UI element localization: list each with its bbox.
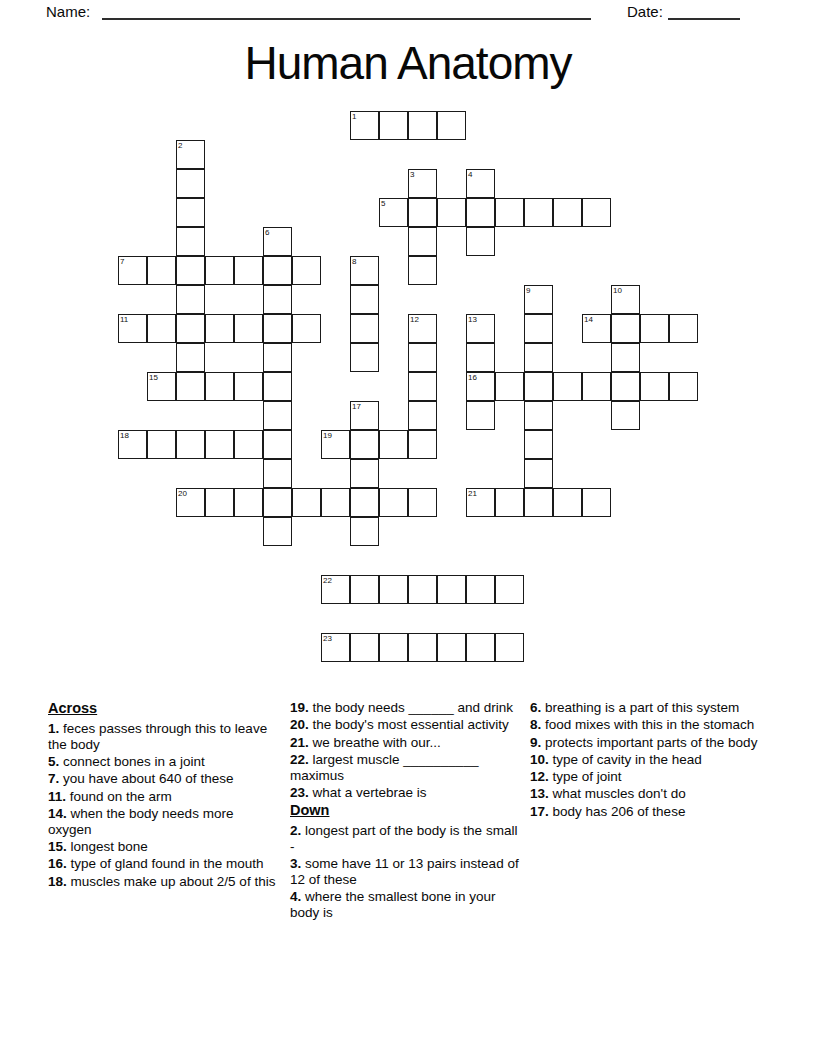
grid-cell[interactable] bbox=[524, 372, 553, 401]
grid-cell[interactable] bbox=[350, 314, 379, 343]
name-label: Name: bbox=[46, 3, 90, 20]
clue: 4. where the smallest bone in your body … bbox=[290, 889, 522, 921]
grid-cell[interactable]: 7 bbox=[118, 256, 147, 285]
clue: 2. longest part of the body is the small… bbox=[290, 823, 522, 855]
grid-cell[interactable]: 3 bbox=[408, 169, 437, 198]
grid-cell[interactable]: 1 bbox=[350, 111, 379, 140]
grid-cell[interactable] bbox=[205, 430, 234, 459]
grid-cell[interactable] bbox=[263, 256, 292, 285]
grid-cell[interactable] bbox=[263, 488, 292, 517]
grid-cell[interactable] bbox=[582, 198, 611, 227]
grid-cell[interactable] bbox=[234, 488, 263, 517]
grid-cell[interactable] bbox=[611, 372, 640, 401]
grid-cell[interactable] bbox=[466, 633, 495, 662]
grid-cell[interactable] bbox=[466, 227, 495, 256]
grid-cell[interactable] bbox=[524, 430, 553, 459]
grid-cell[interactable]: 21 bbox=[466, 488, 495, 517]
clue-number: 10 bbox=[613, 286, 622, 295]
grid-cell[interactable] bbox=[263, 401, 292, 430]
grid-cell[interactable] bbox=[350, 575, 379, 604]
grid-cell[interactable] bbox=[408, 401, 437, 430]
clue-number: 9 bbox=[526, 286, 530, 295]
grid-cell[interactable] bbox=[553, 488, 582, 517]
clue: 19. the body needs ______ and drink bbox=[290, 700, 522, 716]
clue-num-label: 9. bbox=[530, 735, 541, 750]
grid-cell[interactable] bbox=[176, 169, 205, 198]
clue-number: 22 bbox=[323, 576, 332, 585]
grid-cell[interactable] bbox=[553, 372, 582, 401]
grid-cell[interactable] bbox=[408, 575, 437, 604]
clue-number: 20 bbox=[178, 489, 187, 498]
grid-cell[interactable]: 12 bbox=[408, 314, 437, 343]
grid-cell[interactable] bbox=[611, 343, 640, 372]
grid-cell[interactable]: 2 bbox=[176, 140, 205, 169]
grid-cell[interactable]: 11 bbox=[118, 314, 147, 343]
grid-cell[interactable] bbox=[466, 198, 495, 227]
grid-cell[interactable] bbox=[234, 314, 263, 343]
grid-cell[interactable] bbox=[205, 372, 234, 401]
grid-cell[interactable] bbox=[147, 256, 176, 285]
clue: 8. food mixes with this in the stomach bbox=[530, 717, 762, 733]
grid-cell[interactable] bbox=[524, 198, 553, 227]
clue-num-label: 6. bbox=[530, 700, 541, 715]
grid-cell[interactable] bbox=[495, 198, 524, 227]
grid-cell[interactable]: 14 bbox=[582, 314, 611, 343]
clue: 18. muscles make up about 2/5 of this bbox=[48, 874, 280, 890]
clue-num-label: 18. bbox=[48, 874, 67, 889]
grid-cell[interactable] bbox=[176, 285, 205, 314]
clue-number: 15 bbox=[149, 373, 158, 382]
clue-num-label: 17. bbox=[530, 804, 549, 819]
grid-cell[interactable] bbox=[205, 314, 234, 343]
clue-number: 17 bbox=[352, 402, 361, 411]
clue-num-label: 11. bbox=[48, 789, 66, 804]
clue-num-label: 14. bbox=[48, 806, 67, 821]
grid-cell[interactable] bbox=[234, 256, 263, 285]
clue-num-label: 1. bbox=[48, 721, 59, 736]
clue-number: 3 bbox=[410, 170, 414, 179]
grid-cell[interactable] bbox=[495, 488, 524, 517]
grid-cell[interactable]: 4 bbox=[466, 169, 495, 198]
grid-cell[interactable] bbox=[524, 343, 553, 372]
grid-cell[interactable]: 10 bbox=[611, 285, 640, 314]
clue: 20. the body's most essential activity bbox=[290, 717, 522, 733]
grid-cell[interactable] bbox=[176, 430, 205, 459]
grid-cell[interactable] bbox=[408, 227, 437, 256]
clue-num-label: 20. bbox=[290, 717, 309, 732]
clue: 15. longest bone bbox=[48, 839, 280, 855]
grid-cell[interactable] bbox=[263, 517, 292, 546]
grid-cell[interactable] bbox=[379, 430, 408, 459]
grid-cell[interactable]: 16 bbox=[466, 372, 495, 401]
clue: 12. type of joint bbox=[530, 769, 762, 785]
grid-cell[interactable] bbox=[553, 198, 582, 227]
grid-cell[interactable] bbox=[205, 256, 234, 285]
clue: 16. type of gland found in the mouth bbox=[48, 856, 280, 872]
grid-cell[interactable] bbox=[582, 372, 611, 401]
name-input-line[interactable] bbox=[102, 3, 591, 20]
grid-cell[interactable] bbox=[611, 401, 640, 430]
clue-column-across: Across1. feces passes through this to le… bbox=[48, 700, 280, 891]
grid-cell[interactable] bbox=[611, 314, 640, 343]
grid-cell[interactable] bbox=[437, 111, 466, 140]
clue-num-label: 12. bbox=[530, 769, 549, 784]
grid-cell[interactable]: 9 bbox=[524, 285, 553, 314]
clue-number: 11 bbox=[120, 315, 128, 324]
clue-num-label: 19. bbox=[290, 700, 309, 715]
clue-column-down: 6. breathing is a part of this system8. … bbox=[530, 700, 762, 821]
clue-column-middle: 19. the body needs ______ and drink20. t… bbox=[290, 700, 522, 923]
grid-cell[interactable] bbox=[176, 256, 205, 285]
clue: 22. largest muscle __________ maximus bbox=[290, 752, 522, 784]
grid-cell[interactable] bbox=[466, 575, 495, 604]
grid-cell[interactable] bbox=[292, 488, 321, 517]
grid-cell[interactable]: 19 bbox=[321, 430, 350, 459]
grid-cell[interactable]: 20 bbox=[176, 488, 205, 517]
clue-num-label: 13. bbox=[530, 786, 549, 801]
grid-cell[interactable]: 23 bbox=[321, 633, 350, 662]
grid-cell[interactable] bbox=[176, 343, 205, 372]
grid-cell[interactable] bbox=[524, 488, 553, 517]
clue: 23. what a vertebrae is bbox=[290, 785, 522, 801]
clue-num-label: 8. bbox=[530, 717, 541, 732]
clue-number: 2 bbox=[178, 141, 182, 150]
grid-cell[interactable] bbox=[147, 314, 176, 343]
grid-cell[interactable] bbox=[350, 343, 379, 372]
grid-cell[interactable] bbox=[176, 227, 205, 256]
clue-number: 19 bbox=[323, 431, 332, 440]
clue-number: 13 bbox=[468, 315, 477, 324]
grid-cell[interactable] bbox=[350, 430, 379, 459]
grid-cell[interactable] bbox=[669, 314, 698, 343]
grid-cell[interactable]: 13 bbox=[466, 314, 495, 343]
clue-number: 6 bbox=[265, 228, 269, 237]
grid-cell[interactable] bbox=[263, 314, 292, 343]
clue-number: 5 bbox=[381, 199, 385, 208]
clue-num-label: 4. bbox=[290, 889, 301, 904]
clue-number: 8 bbox=[352, 257, 356, 266]
grid-cell[interactable] bbox=[379, 488, 408, 517]
grid-cell[interactable] bbox=[408, 256, 437, 285]
date-input-line[interactable] bbox=[668, 3, 740, 20]
clue: 13. what muscles don't do bbox=[530, 786, 762, 802]
grid-cell[interactable] bbox=[263, 459, 292, 488]
grid-cell[interactable] bbox=[205, 488, 234, 517]
clue-number: 12 bbox=[410, 315, 419, 324]
grid-cell[interactable] bbox=[379, 633, 408, 662]
page-title: Human Anatomy bbox=[0, 36, 816, 90]
grid-cell[interactable] bbox=[495, 372, 524, 401]
date-label: Date: bbox=[627, 3, 663, 20]
grid-cell[interactable] bbox=[524, 314, 553, 343]
grid-cell[interactable]: 5 bbox=[379, 198, 408, 227]
grid-cell[interactable] bbox=[263, 343, 292, 372]
grid-cell[interactable] bbox=[263, 285, 292, 314]
clue: 9. protects important parts of the body bbox=[530, 735, 762, 751]
clue-num-label: 3. bbox=[290, 856, 301, 871]
grid-cell[interactable] bbox=[379, 575, 408, 604]
grid-cell[interactable] bbox=[321, 488, 350, 517]
clue: 21. we breathe with our... bbox=[290, 735, 522, 751]
clue: 6. breathing is a part of this system bbox=[530, 700, 762, 716]
grid-cell[interactable] bbox=[408, 111, 437, 140]
grid-cell[interactable] bbox=[292, 256, 321, 285]
clue: 14. when the body needs more oxygen bbox=[48, 806, 280, 838]
grid-cell[interactable]: 8 bbox=[350, 256, 379, 285]
clue-number: 18 bbox=[120, 431, 129, 440]
grid-cell[interactable]: 22 bbox=[321, 575, 350, 604]
grid-cell[interactable] bbox=[408, 488, 437, 517]
clue: 17. body has 206 of these bbox=[530, 804, 762, 820]
grid-cell[interactable] bbox=[640, 372, 669, 401]
grid-cell[interactable] bbox=[582, 488, 611, 517]
grid-cell[interactable] bbox=[263, 430, 292, 459]
clue-num-label: 5. bbox=[48, 754, 59, 769]
grid-cell[interactable] bbox=[524, 401, 553, 430]
clue: 11. found on the arm bbox=[48, 789, 280, 805]
grid-cell[interactable]: 18 bbox=[118, 430, 147, 459]
grid-cell[interactable] bbox=[466, 343, 495, 372]
grid-cell[interactable] bbox=[495, 575, 524, 604]
grid-cell[interactable] bbox=[408, 343, 437, 372]
grid-cell[interactable] bbox=[379, 111, 408, 140]
clue-number: 1 bbox=[352, 112, 356, 121]
crossword-grid: 1234567891011121314151617181920212223 bbox=[118, 111, 698, 662]
clue: 1. feces passes through this to leave th… bbox=[48, 721, 280, 753]
grid-cell[interactable] bbox=[437, 198, 466, 227]
grid-cell[interactable] bbox=[669, 372, 698, 401]
grid-cell[interactable]: 17 bbox=[350, 401, 379, 430]
clue-number: 16 bbox=[468, 373, 477, 382]
clues-down-header: Down bbox=[290, 802, 522, 818]
clue-num-label: 23. bbox=[290, 785, 309, 800]
clue-number: 23 bbox=[323, 634, 332, 643]
grid-cell[interactable] bbox=[147, 430, 176, 459]
clue-num-label: 15. bbox=[48, 839, 67, 854]
clue-number: 7 bbox=[120, 257, 124, 266]
clue: 3. some have 11 or 13 pairs instead of 1… bbox=[290, 856, 522, 888]
grid-cell[interactable] bbox=[350, 459, 379, 488]
grid-cell[interactable] bbox=[437, 633, 466, 662]
grid-cell[interactable] bbox=[234, 372, 263, 401]
grid-cell[interactable] bbox=[263, 372, 292, 401]
clue-num-label: 10. bbox=[530, 752, 549, 767]
clue-num-label: 7. bbox=[48, 771, 59, 786]
clue-number: 21 bbox=[468, 489, 477, 498]
grid-cell[interactable] bbox=[176, 314, 205, 343]
clue-num-label: 2. bbox=[290, 823, 301, 838]
grid-cell[interactable] bbox=[437, 575, 466, 604]
grid-cell[interactable]: 6 bbox=[263, 227, 292, 256]
clue: 5. connect bones in a joint bbox=[48, 754, 280, 770]
grid-cell[interactable] bbox=[466, 401, 495, 430]
grid-cell[interactable] bbox=[495, 633, 524, 662]
clue-num-label: 22. bbox=[290, 752, 309, 767]
grid-cell[interactable] bbox=[234, 430, 263, 459]
grid-cell[interactable] bbox=[176, 198, 205, 227]
clue-num-label: 16. bbox=[48, 856, 67, 871]
grid-cell[interactable]: 15 bbox=[147, 372, 176, 401]
grid-cell[interactable] bbox=[176, 372, 205, 401]
grid-cell[interactable] bbox=[350, 285, 379, 314]
grid-cell[interactable] bbox=[350, 488, 379, 517]
grid-cell[interactable] bbox=[350, 633, 379, 662]
clue: 7. you have about 640 of these bbox=[48, 771, 280, 787]
clue-number: 14 bbox=[584, 315, 593, 324]
grid-cell[interactable] bbox=[350, 517, 379, 546]
grid-cell[interactable] bbox=[640, 314, 669, 343]
grid-cell[interactable] bbox=[408, 198, 437, 227]
clue: 10. type of cavity in the head bbox=[530, 752, 762, 768]
clues-across-header: Across bbox=[48, 700, 280, 716]
grid-cell[interactable] bbox=[524, 459, 553, 488]
grid-cell[interactable] bbox=[292, 314, 321, 343]
grid-cell[interactable] bbox=[408, 633, 437, 662]
grid-cell[interactable] bbox=[408, 372, 437, 401]
clue-num-label: 21. bbox=[290, 735, 309, 750]
clue-number: 4 bbox=[468, 170, 472, 179]
grid-cell[interactable] bbox=[408, 430, 437, 459]
